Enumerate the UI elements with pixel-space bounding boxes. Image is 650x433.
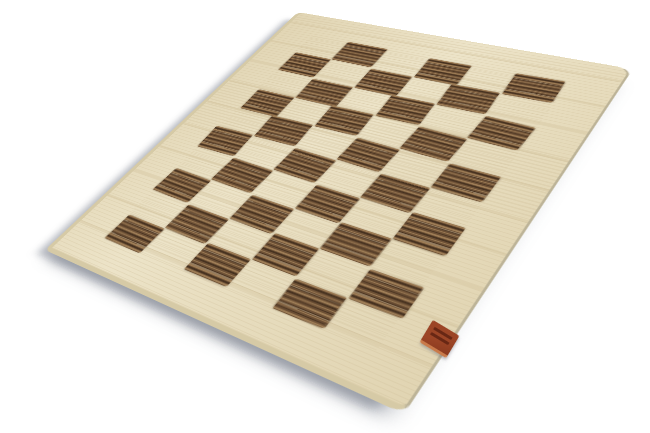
photo-stage: [0, 0, 650, 433]
rug-board: [45, 12, 633, 414]
checkerboard-field: [105, 35, 568, 350]
